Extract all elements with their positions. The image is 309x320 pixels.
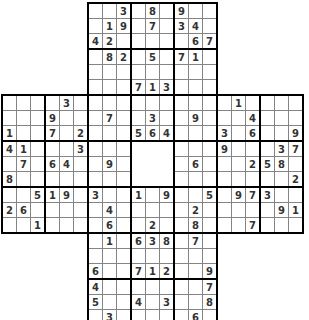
cell-r9c9[interactable] (117, 126, 132, 142)
cell-r18c14[interactable] (189, 264, 203, 280)
outside-area (160, 172, 175, 188)
cell-r10c13[interactable] (174, 141, 189, 157)
cell-r11c21[interactable] (289, 157, 304, 172)
cell-r2c15[interactable] (203, 19, 218, 34)
cell-r14c18[interactable] (246, 203, 261, 218)
cell-r7c7[interactable] (88, 95, 103, 111)
cell-r16c12: 8 (160, 233, 175, 249)
outside-area (232, 80, 246, 96)
cell-r5c7[interactable] (88, 65, 103, 80)
cell-r16c7[interactable] (88, 233, 103, 249)
cell-r12c5[interactable] (60, 172, 74, 188)
cell-r3c12[interactable] (160, 34, 175, 50)
cell-r11c16[interactable] (217, 157, 232, 172)
outside-area (17, 279, 31, 295)
cell-r16c10: 6 (131, 233, 146, 249)
outside-area (74, 65, 89, 80)
cell-r10c19[interactable] (260, 141, 275, 157)
cell-r13c10: 1 (131, 187, 146, 203)
outside-area (232, 19, 246, 34)
cell-r10c4[interactable] (45, 141, 60, 157)
cell-r10c7[interactable] (88, 141, 103, 157)
cell-r5c15[interactable] (203, 65, 218, 80)
cell-r7c11[interactable] (146, 95, 160, 111)
cell-r4c15[interactable] (203, 49, 218, 65)
cell-r11c9[interactable] (117, 157, 132, 172)
cell-r3c10[interactable] (131, 34, 146, 50)
cell-r7c16[interactable] (217, 95, 232, 111)
outside-area (74, 310, 89, 320)
cell-r16c13[interactable] (174, 233, 189, 249)
cell-r6c8[interactable] (103, 80, 117, 96)
cell-r13c21[interactable] (289, 187, 304, 203)
cell-r11c18: 2 (246, 157, 261, 172)
cell-r4c12[interactable] (160, 49, 175, 65)
cell-r5c10[interactable] (131, 65, 146, 80)
cell-r12c4[interactable] (45, 172, 60, 188)
cell-r4c10[interactable] (131, 49, 146, 65)
outside-area (232, 49, 246, 65)
cell-r7c3[interactable] (31, 95, 46, 111)
cell-r8c1[interactable] (2, 111, 17, 126)
cell-r8c13[interactable] (174, 111, 189, 126)
outside-area (2, 249, 17, 264)
cell-r11c4: 6 (45, 157, 60, 172)
outside-area (60, 34, 74, 50)
cell-r11c15[interactable] (203, 157, 218, 172)
cell-r11c2: 7 (17, 157, 31, 172)
cell-r15c20[interactable] (275, 218, 289, 234)
outside-area (45, 264, 60, 280)
cell-r12c7[interactable] (88, 172, 103, 188)
cell-r9c2[interactable] (17, 126, 31, 142)
cell-r14c17[interactable] (232, 203, 246, 218)
cell-r13c1[interactable] (2, 187, 17, 203)
cell-r7c15[interactable] (203, 95, 218, 111)
cell-r15c6[interactable] (74, 218, 89, 234)
cell-r20c13[interactable] (174, 295, 189, 310)
cell-r11c8: 9 (103, 157, 117, 172)
cell-r9c20[interactable] (275, 126, 289, 142)
outside-area (60, 264, 74, 280)
cell-r21c8: 3 (103, 310, 117, 320)
cell-r8c16[interactable] (217, 111, 232, 126)
outside-area (217, 19, 232, 34)
cell-r13c16[interactable] (217, 187, 232, 203)
cell-r13c14[interactable] (189, 187, 203, 203)
cell-r8c15[interactable] (203, 111, 218, 126)
cell-r7c13[interactable] (174, 95, 189, 111)
cell-r5c11[interactable] (146, 65, 160, 80)
cell-r8c5[interactable] (60, 111, 74, 126)
outside-area (17, 310, 31, 320)
cell-r9c13[interactable] (174, 126, 189, 142)
cell-r19c9[interactable] (117, 279, 132, 295)
cell-r8c20[interactable] (275, 111, 289, 126)
cell-r17c8[interactable] (103, 249, 117, 264)
cell-r7c9[interactable] (117, 95, 132, 111)
cell-r15c7[interactable] (88, 218, 103, 234)
board-row-2: 19734 (2, 19, 303, 34)
cell-r3c7: 4 (88, 34, 103, 50)
cell-r1c12[interactable] (160, 3, 175, 19)
cell-r12c19[interactable] (260, 172, 275, 188)
cell-r13c6[interactable] (74, 187, 89, 203)
cell-r7c6[interactable] (74, 95, 89, 111)
outside-area (275, 249, 289, 264)
cell-r10c21: 7 (289, 141, 304, 157)
board-row-10: 413937 (2, 141, 303, 157)
cell-r20c9[interactable] (117, 295, 132, 310)
cell-r17c10[interactable] (131, 249, 146, 264)
cell-r14c2: 6 (17, 203, 31, 218)
cell-r7c4[interactable] (45, 95, 60, 111)
cell-r15c21[interactable] (289, 218, 304, 234)
cell-r15c9[interactable] (117, 218, 132, 234)
outside-area (146, 172, 160, 188)
cell-r16c15[interactable] (203, 233, 218, 249)
cell-r1c14[interactable] (189, 3, 203, 19)
cell-r16c9[interactable] (117, 233, 132, 249)
sudoku-grid-table: 3891973442678257171331973941725643694139… (1, 2, 304, 320)
cell-r1c10[interactable] (131, 3, 146, 19)
cell-r8c9[interactable] (117, 111, 132, 126)
cell-r1c8[interactable] (103, 3, 117, 19)
cell-r14c10[interactable] (131, 203, 146, 218)
cell-r18c8[interactable] (103, 264, 117, 280)
outside-area (289, 19, 304, 34)
cell-r7c2[interactable] (17, 95, 31, 111)
outside-area (289, 65, 304, 80)
cell-r18c7: 6 (88, 264, 103, 280)
cell-r18c9[interactable] (117, 264, 132, 280)
board-row-11: 76496258 (2, 157, 303, 172)
cell-r17c12[interactable] (160, 249, 175, 264)
cell-r14c6[interactable] (74, 203, 89, 218)
cell-r8c6[interactable] (74, 111, 89, 126)
cell-r8c21[interactable] (289, 111, 304, 126)
cell-r19c12[interactable] (160, 279, 175, 295)
cell-r17c13[interactable] (174, 249, 189, 264)
cell-r15c5[interactable] (60, 218, 74, 234)
cell-r1c15[interactable] (203, 3, 218, 19)
outside-area (289, 3, 304, 19)
outside-area (232, 233, 246, 249)
cell-r12c2[interactable] (17, 172, 31, 188)
cell-r2c14: 4 (189, 19, 203, 34)
outside-area (2, 3, 17, 19)
cell-r2c12[interactable] (160, 19, 175, 34)
cell-r2c7[interactable] (88, 19, 103, 34)
cell-r6c9[interactable] (117, 80, 132, 96)
cell-r13c13[interactable] (174, 187, 189, 203)
cell-r12c9[interactable] (117, 172, 132, 188)
cell-r8c2[interactable] (17, 111, 31, 126)
cell-r8c11: 3 (146, 111, 160, 126)
outside-area (45, 310, 60, 320)
cell-r15c1[interactable] (2, 218, 17, 234)
outside-area (232, 264, 246, 280)
cell-r7c10[interactable] (131, 95, 146, 111)
cell-r19c14[interactable] (189, 279, 203, 295)
cell-r21c12[interactable] (160, 310, 175, 320)
outside-area (74, 19, 89, 34)
cell-r20c14[interactable] (189, 295, 203, 310)
outside-area (31, 295, 46, 310)
cell-r13c8[interactable] (103, 187, 117, 203)
cell-r17c14[interactable] (189, 249, 203, 264)
board-row-18: 67129 (2, 264, 303, 280)
cell-r21c13[interactable] (174, 310, 189, 320)
cell-r19c8[interactable] (103, 279, 117, 295)
outside-area (246, 3, 261, 19)
cell-r14c19[interactable] (260, 203, 275, 218)
cell-r8c3[interactable] (31, 111, 46, 126)
cell-r5c13[interactable] (174, 65, 189, 80)
cell-r8c12[interactable] (160, 111, 175, 126)
outside-area (45, 65, 60, 80)
cell-r12c18[interactable] (246, 172, 261, 188)
cell-r3c11[interactable] (146, 34, 160, 50)
cell-r9c7[interactable] (88, 126, 103, 142)
outside-area (275, 3, 289, 19)
cell-r4c7[interactable] (88, 49, 103, 65)
cell-r12c17[interactable] (232, 172, 246, 188)
cell-r14c5[interactable] (60, 203, 74, 218)
cell-r7c18[interactable] (246, 95, 261, 111)
outside-area (289, 249, 304, 264)
cell-r18c13[interactable] (174, 264, 189, 280)
cell-r21c10[interactable] (131, 310, 146, 320)
cell-r20c11[interactable] (146, 295, 160, 310)
board-row-7: 31 (2, 95, 303, 111)
cell-r10c8[interactable] (103, 141, 117, 157)
cell-r7c19[interactable] (260, 95, 275, 111)
cell-r16c8: 1 (103, 233, 117, 249)
outside-area (2, 19, 17, 34)
cell-r2c9: 9 (117, 19, 132, 34)
cell-r14c3[interactable] (31, 203, 46, 218)
cell-r9c11: 6 (146, 126, 160, 142)
cell-r15c2[interactable] (17, 218, 31, 234)
cell-r11c6[interactable] (74, 157, 89, 172)
cell-r11c17[interactable] (232, 157, 246, 172)
cell-r9c5[interactable] (60, 126, 74, 142)
cell-r3c13[interactable] (174, 34, 189, 50)
cell-r7c20[interactable] (275, 95, 289, 111)
cell-r8c10[interactable] (131, 111, 146, 126)
outside-area (45, 80, 60, 96)
cell-r10c17[interactable] (232, 141, 246, 157)
cell-r21c15[interactable] (203, 310, 218, 320)
cell-r12c6[interactable] (74, 172, 89, 188)
cell-r8c17[interactable] (232, 111, 246, 126)
outside-area (260, 65, 275, 80)
cell-r10c15[interactable] (203, 141, 218, 157)
board-row-5 (2, 65, 303, 80)
cell-r11c13[interactable] (174, 157, 189, 172)
cell-r8c8: 7 (103, 111, 117, 126)
cell-r2c11: 7 (146, 19, 160, 34)
cell-r6c15[interactable] (203, 80, 218, 96)
outside-area (275, 233, 289, 249)
cell-r7c21[interactable] (289, 95, 304, 111)
outside-area (60, 233, 74, 249)
cell-r14c7[interactable] (88, 203, 103, 218)
cell-r14c15[interactable] (203, 203, 218, 218)
board-row-17 (2, 249, 303, 264)
cell-r11c5: 4 (60, 157, 74, 172)
cell-r6c13[interactable] (174, 80, 189, 96)
cell-r15c16[interactable] (217, 218, 232, 234)
outside-area (31, 3, 46, 19)
cell-r15c3: 1 (31, 218, 46, 234)
outside-area (60, 249, 74, 264)
outside-area (275, 264, 289, 280)
cell-r15c13[interactable] (174, 218, 189, 234)
outside-area (2, 49, 17, 65)
cell-r11c3[interactable] (31, 157, 46, 172)
outside-area (17, 249, 31, 264)
cell-r10c14[interactable] (189, 141, 203, 157)
cell-r5c14[interactable] (189, 65, 203, 80)
cell-r13c20[interactable] (275, 187, 289, 203)
cell-r12c20[interactable] (275, 172, 289, 188)
cell-r9c12: 4 (160, 126, 175, 142)
cell-r2c10[interactable] (131, 19, 146, 34)
outside-area (74, 3, 89, 19)
cell-r15c12[interactable] (160, 218, 175, 234)
cell-r13c9[interactable] (117, 187, 132, 203)
cell-r9c10: 5 (131, 126, 146, 142)
cell-r14c13[interactable] (174, 203, 189, 218)
cell-r6c14[interactable] (189, 80, 203, 96)
cell-r19c10[interactable] (131, 279, 146, 295)
cell-r9c16: 3 (217, 126, 232, 142)
cell-r12c13[interactable] (174, 172, 189, 188)
cell-r14c9[interactable] (117, 203, 132, 218)
outside-area (60, 19, 74, 34)
cell-r8c7[interactable] (88, 111, 103, 126)
cell-r12c14[interactable] (189, 172, 203, 188)
cell-r15c10[interactable] (131, 218, 146, 234)
cell-r9c17[interactable] (232, 126, 246, 142)
outside-area (246, 65, 261, 80)
cell-r6c11: 1 (146, 80, 160, 96)
cell-r9c15[interactable] (203, 126, 218, 142)
cell-r14c12[interactable] (160, 203, 175, 218)
cell-r7c12[interactable] (160, 95, 175, 111)
cell-r21c11[interactable] (146, 310, 160, 320)
outside-area (246, 80, 261, 96)
cell-r13c4: 1 (45, 187, 60, 203)
cell-r11c7[interactable] (88, 157, 103, 172)
outside-area (260, 3, 275, 19)
cell-r15c17[interactable] (232, 218, 246, 234)
outside-area (74, 249, 89, 264)
cell-r19c13[interactable] (174, 279, 189, 295)
board-row-3: 4267 (2, 34, 303, 50)
cell-r21c9[interactable] (117, 310, 132, 320)
cell-r12c8[interactable] (103, 172, 117, 188)
cell-r17c9[interactable] (117, 249, 132, 264)
cell-r7c8[interactable] (103, 95, 117, 111)
outside-area (74, 80, 89, 96)
cell-r15c4[interactable] (45, 218, 60, 234)
outside-area (289, 34, 304, 50)
cell-r5c12[interactable] (160, 65, 175, 80)
cell-r20c15: 8 (203, 295, 218, 310)
cell-r6c7[interactable] (88, 80, 103, 96)
cell-r4c14: 1 (189, 49, 203, 65)
outside-area (217, 65, 232, 80)
cell-r14c4[interactable] (45, 203, 60, 218)
cell-r9c8[interactable] (103, 126, 117, 142)
cell-r3c14: 6 (189, 34, 203, 50)
cell-r17c7[interactable] (88, 249, 103, 264)
cell-r13c12: 9 (160, 187, 175, 203)
cell-r15c8: 6 (103, 218, 117, 234)
cell-r3c9[interactable] (117, 34, 132, 50)
outside-area (60, 80, 74, 96)
cell-r10c18[interactable] (246, 141, 261, 157)
outside-area (131, 157, 146, 172)
cell-r10c3[interactable] (31, 141, 46, 157)
outside-area (17, 19, 31, 34)
outside-area (232, 65, 246, 80)
cell-r10c9[interactable] (117, 141, 132, 157)
sudoku-board: 3891973442678257171331973941725643694139… (0, 0, 309, 320)
cell-r6c10: 7 (131, 80, 146, 96)
cell-r14c11[interactable] (146, 203, 160, 218)
outside-area (45, 233, 60, 249)
cell-r7c1[interactable] (2, 95, 17, 111)
cell-r17c11[interactable] (146, 249, 160, 264)
cell-r9c14[interactable] (189, 126, 203, 142)
cell-r12c15[interactable] (203, 172, 218, 188)
cell-r17c15[interactable] (203, 249, 218, 264)
outside-area (289, 80, 304, 96)
cell-r1c7[interactable] (88, 3, 103, 19)
outside-area (31, 49, 46, 65)
cell-r15c19[interactable] (260, 218, 275, 234)
cell-r11c1[interactable] (2, 157, 17, 172)
cell-r9c3[interactable] (31, 126, 46, 142)
cell-r14c16[interactable] (217, 203, 232, 218)
cell-r8c19[interactable] (260, 111, 275, 126)
cell-r5c9[interactable] (117, 65, 132, 80)
cell-r13c2[interactable] (17, 187, 31, 203)
outside-area (60, 65, 74, 80)
outside-area (232, 3, 246, 19)
cell-r12c1: 8 (2, 172, 17, 188)
cell-r13c11[interactable] (146, 187, 160, 203)
cell-r20c8[interactable] (103, 295, 117, 310)
cell-r19c11[interactable] (146, 279, 160, 295)
cell-r9c19[interactable] (260, 126, 275, 142)
outside-area (74, 233, 89, 249)
outside-area (260, 264, 275, 280)
cell-r12c3[interactable] (31, 172, 46, 188)
outside-area (260, 80, 275, 96)
outside-area (289, 233, 304, 249)
cell-r5c8[interactable] (103, 65, 117, 80)
cell-r12c16[interactable] (217, 172, 232, 188)
cell-r15c15[interactable] (203, 218, 218, 234)
cell-r7c14[interactable] (189, 95, 203, 111)
cell-r21c7[interactable] (88, 310, 103, 320)
cell-r10c5[interactable] (60, 141, 74, 157)
